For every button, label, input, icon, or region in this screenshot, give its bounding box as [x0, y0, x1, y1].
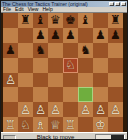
square-e4[interactable] [63, 73, 78, 88]
square-e3[interactable] [63, 87, 78, 102]
square-d8[interactable]: ♛ [48, 13, 63, 28]
square-d6[interactable] [48, 43, 63, 58]
board-frame: ♜♝♛♚♝♜♟♟♟♟♟♟♞♞♘♙♙♙♙♙♙♙♖♘♗♕♖♔ [1, 13, 127, 132]
square-h4[interactable] [108, 73, 123, 88]
square-a2[interactable] [3, 102, 18, 117]
white-piece-e5: ♘ [65, 59, 76, 71]
square-f2[interactable]: ♙ [78, 102, 93, 117]
square-g5[interactable] [93, 58, 108, 73]
black-piece-e8: ♚ [65, 14, 76, 26]
square-a5[interactable] [3, 58, 18, 73]
status-left-panel [3, 135, 16, 140]
square-b4[interactable] [18, 73, 33, 88]
black-piece-h8: ♜ [110, 14, 121, 26]
square-a6[interactable]: ♟ [3, 43, 18, 58]
square-h8[interactable]: ♜ [108, 13, 123, 28]
square-a7[interactable] [3, 28, 18, 43]
square-b5[interactable] [18, 58, 33, 73]
menu-item-help[interactable]: Help [42, 7, 52, 12]
square-h2[interactable]: ♙ [108, 102, 123, 117]
engine-progress-bar [95, 134, 125, 140]
square-d7[interactable]: ♟ [48, 28, 63, 43]
black-piece-f6: ♞ [80, 44, 91, 56]
menu-item-edit[interactable]: Edit [15, 7, 24, 12]
square-e2[interactable] [63, 102, 78, 117]
square-b1[interactable]: ♘ [18, 117, 33, 132]
square-c4[interactable] [33, 73, 48, 88]
white-piece-b2: ♙ [20, 104, 31, 116]
square-d5[interactable] [48, 58, 63, 73]
square-g7[interactable]: ♟ [93, 28, 108, 43]
close-icon[interactable] [121, 2, 126, 6]
white-piece-c1: ♗ [35, 119, 46, 131]
square-f6[interactable]: ♞ [78, 43, 93, 58]
square-c6[interactable]: ♞ [33, 43, 48, 58]
white-piece-d2: ♙ [50, 104, 61, 116]
engine-progress-fill [111, 135, 124, 139]
white-piece-a4: ♙ [5, 74, 16, 86]
title-bar[interactable]: The Chess for Tactics Trainer (original) [1, 1, 127, 7]
square-f7[interactable] [78, 28, 93, 43]
square-e7[interactable]: ♟ [63, 28, 78, 43]
square-f3[interactable] [78, 87, 93, 102]
menu-item-file[interactable]: File [3, 7, 11, 12]
status-bar: Black to move [1, 132, 127, 140]
black-piece-a6: ♟ [5, 44, 16, 56]
square-d3[interactable] [48, 87, 63, 102]
white-piece-g1: ♔ [95, 119, 106, 131]
white-piece-f2: ♙ [80, 104, 91, 116]
square-f4[interactable] [78, 73, 93, 88]
square-g4[interactable] [93, 73, 108, 88]
minimize-icon[interactable] [109, 2, 114, 6]
white-piece-b1: ♘ [20, 119, 31, 131]
square-d2[interactable]: ♙ [48, 102, 63, 117]
square-g3[interactable] [93, 87, 108, 102]
square-g6[interactable] [93, 43, 108, 58]
white-piece-e1: ♖ [65, 119, 76, 131]
square-e8[interactable]: ♚ [63, 13, 78, 28]
square-g2[interactable]: ♙ [93, 102, 108, 117]
maximize-icon[interactable] [115, 2, 120, 6]
square-f1[interactable] [78, 117, 93, 132]
square-c2[interactable]: ♙ [33, 102, 48, 117]
square-g1[interactable]: ♔ [93, 117, 108, 132]
square-c1[interactable]: ♗ [33, 117, 48, 132]
square-b2[interactable]: ♙ [18, 102, 33, 117]
square-h5[interactable] [108, 58, 123, 73]
square-h1[interactable] [108, 117, 123, 132]
square-f8[interactable]: ♝ [78, 13, 93, 28]
black-piece-c8: ♝ [35, 14, 46, 26]
menu-item-view[interactable]: View [28, 7, 39, 12]
black-piece-f8: ♝ [80, 14, 91, 26]
square-e6[interactable] [63, 43, 78, 58]
square-b6[interactable] [18, 43, 33, 58]
white-piece-h2: ♙ [110, 104, 121, 116]
white-piece-a1: ♖ [5, 119, 16, 131]
black-piece-d7: ♟ [50, 29, 61, 41]
turn-indicator: Black to move [16, 133, 95, 140]
black-piece-c6: ♞ [35, 44, 46, 56]
chess-app-window: The Chess for Tactics Trainer (original)… [0, 0, 128, 140]
black-piece-c7: ♟ [35, 29, 46, 41]
square-f5[interactable] [78, 58, 93, 73]
black-piece-d8: ♛ [50, 14, 61, 26]
square-c3[interactable] [33, 87, 48, 102]
square-b3[interactable] [18, 87, 33, 102]
window-title: The Chess for Tactics Trainer (original) [2, 1, 108, 7]
square-a8[interactable] [3, 13, 18, 28]
square-a1[interactable]: ♖ [3, 117, 18, 132]
white-piece-d1: ♕ [50, 119, 61, 131]
black-piece-e7: ♟ [65, 29, 76, 41]
square-d1[interactable]: ♕ [48, 117, 63, 132]
square-h7[interactable]: ♟ [108, 28, 123, 43]
square-g8[interactable] [93, 13, 108, 28]
square-c8[interactable]: ♝ [33, 13, 48, 28]
square-h3[interactable] [108, 87, 123, 102]
chess-board: ♜♝♛♚♝♜♟♟♟♟♟♟♞♞♘♙♙♙♙♙♙♙♖♘♗♕♖♔ [3, 13, 123, 132]
square-b7[interactable] [18, 28, 33, 43]
square-a4[interactable]: ♙ [3, 73, 18, 88]
black-piece-g7: ♟ [95, 29, 106, 41]
square-b8[interactable]: ♜ [18, 13, 33, 28]
black-piece-b8: ♜ [20, 14, 31, 26]
square-a3[interactable] [3, 87, 18, 102]
square-e5[interactable]: ♘ [63, 58, 78, 73]
square-c7[interactable]: ♟ [33, 28, 48, 43]
square-d4[interactable] [48, 73, 63, 88]
square-e1[interactable]: ♖ [63, 117, 78, 132]
square-h6[interactable] [108, 43, 123, 58]
white-piece-c2: ♙ [35, 104, 46, 116]
black-piece-h7: ♟ [110, 29, 121, 41]
square-c5[interactable] [33, 58, 48, 73]
white-piece-g2: ♙ [95, 104, 106, 116]
